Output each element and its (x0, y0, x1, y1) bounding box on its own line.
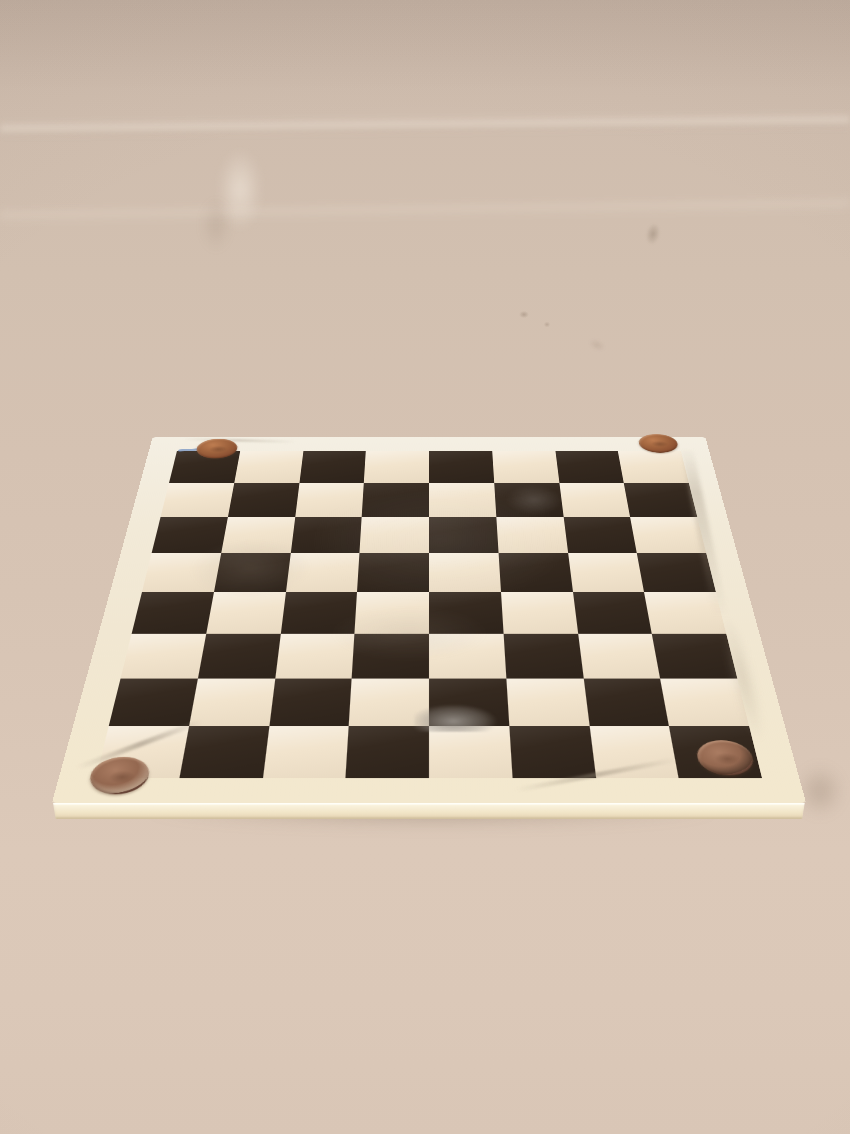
pad-texture (643, 437, 673, 450)
photo-stage (0, 0, 850, 1134)
square-r8c2-dark (179, 726, 269, 778)
square-r2c3-light (295, 483, 364, 517)
square-r8c6-dark (509, 726, 596, 778)
square-r4c2-dark (214, 553, 291, 592)
slab-front-edge (53, 803, 805, 819)
square-r3c8-light (630, 517, 706, 553)
square-r5c8-light (644, 592, 726, 634)
square-r2c1-light (161, 483, 234, 517)
square-r1c3-dark (299, 451, 366, 483)
pad-texture (201, 442, 232, 456)
square-r4c8-dark (637, 553, 716, 592)
square-r5c2-light (206, 592, 285, 634)
square-r5c7-dark (573, 592, 652, 634)
square-r2c4-dark (362, 483, 429, 517)
square-r3c6-light (496, 517, 568, 553)
pad-texture (96, 762, 143, 788)
square-r4c5-light (429, 553, 501, 592)
pad-texture (703, 745, 747, 770)
square-r1c2-light (234, 451, 303, 483)
marble-vein (183, 438, 296, 443)
square-r1c5-dark (429, 451, 494, 483)
square-r7c2-light (189, 678, 275, 726)
square-r5c4-light (355, 592, 429, 634)
copper-pad-far-right (637, 434, 680, 453)
square-r8c7-light (589, 726, 679, 778)
square-r6c5-light (429, 634, 506, 679)
square-r2c5-light (429, 483, 496, 517)
square-r7c4-light (349, 678, 429, 726)
square-r7c6-light (506, 678, 589, 726)
square-r6c6-dark (503, 634, 583, 679)
copper-pad-near-left (86, 757, 153, 795)
square-r5c5-dark (429, 592, 503, 634)
square-r4c1-light (142, 553, 221, 592)
square-r2c8-dark (624, 483, 697, 517)
square-r6c7-light (578, 634, 661, 679)
square-r5c1-dark (132, 592, 214, 634)
square-r5c3-dark (280, 592, 357, 634)
square-r7c7-dark (583, 678, 669, 726)
square-r7c1-dark (109, 678, 198, 726)
square-r5c6-light (501, 592, 578, 634)
square-r8c3-light (262, 726, 349, 778)
square-r2c7-light (559, 483, 630, 517)
square-r2c6-dark (494, 483, 563, 517)
board-grid (96, 451, 762, 778)
square-r1c7-dark (555, 451, 624, 483)
square-r7c8-light (660, 678, 749, 726)
square-r6c1-light (121, 634, 206, 679)
marble-board-plate (52, 437, 806, 802)
square-r3c3-dark (290, 517, 362, 553)
square-r8c4-dark (346, 726, 429, 778)
square-r6c3-light (275, 634, 355, 679)
square-r2c2-dark (228, 483, 299, 517)
board-scene (110, 273, 748, 911)
square-r3c7-dark (563, 517, 637, 553)
square-r3c2-light (221, 517, 295, 553)
square-r4c4-dark (357, 553, 429, 592)
square-r8c5-light (429, 726, 512, 778)
square-r4c3-light (286, 553, 360, 592)
square-r4c7-light (568, 553, 645, 592)
square-r3c4-light (360, 517, 429, 553)
square-r6c4-dark (352, 634, 429, 679)
square-r7c3-dark (269, 678, 352, 726)
square-r3c1-dark (152, 517, 228, 553)
square-r4c6-dark (498, 553, 572, 592)
square-r7c5-dark (429, 678, 509, 726)
square-r3c5-dark (429, 517, 498, 553)
square-r1c6-light (492, 451, 559, 483)
square-r6c2-dark (198, 634, 281, 679)
square-r6c8-dark (652, 634, 737, 679)
square-r1c4-light (364, 451, 429, 483)
square-r1c8-light (618, 451, 689, 483)
